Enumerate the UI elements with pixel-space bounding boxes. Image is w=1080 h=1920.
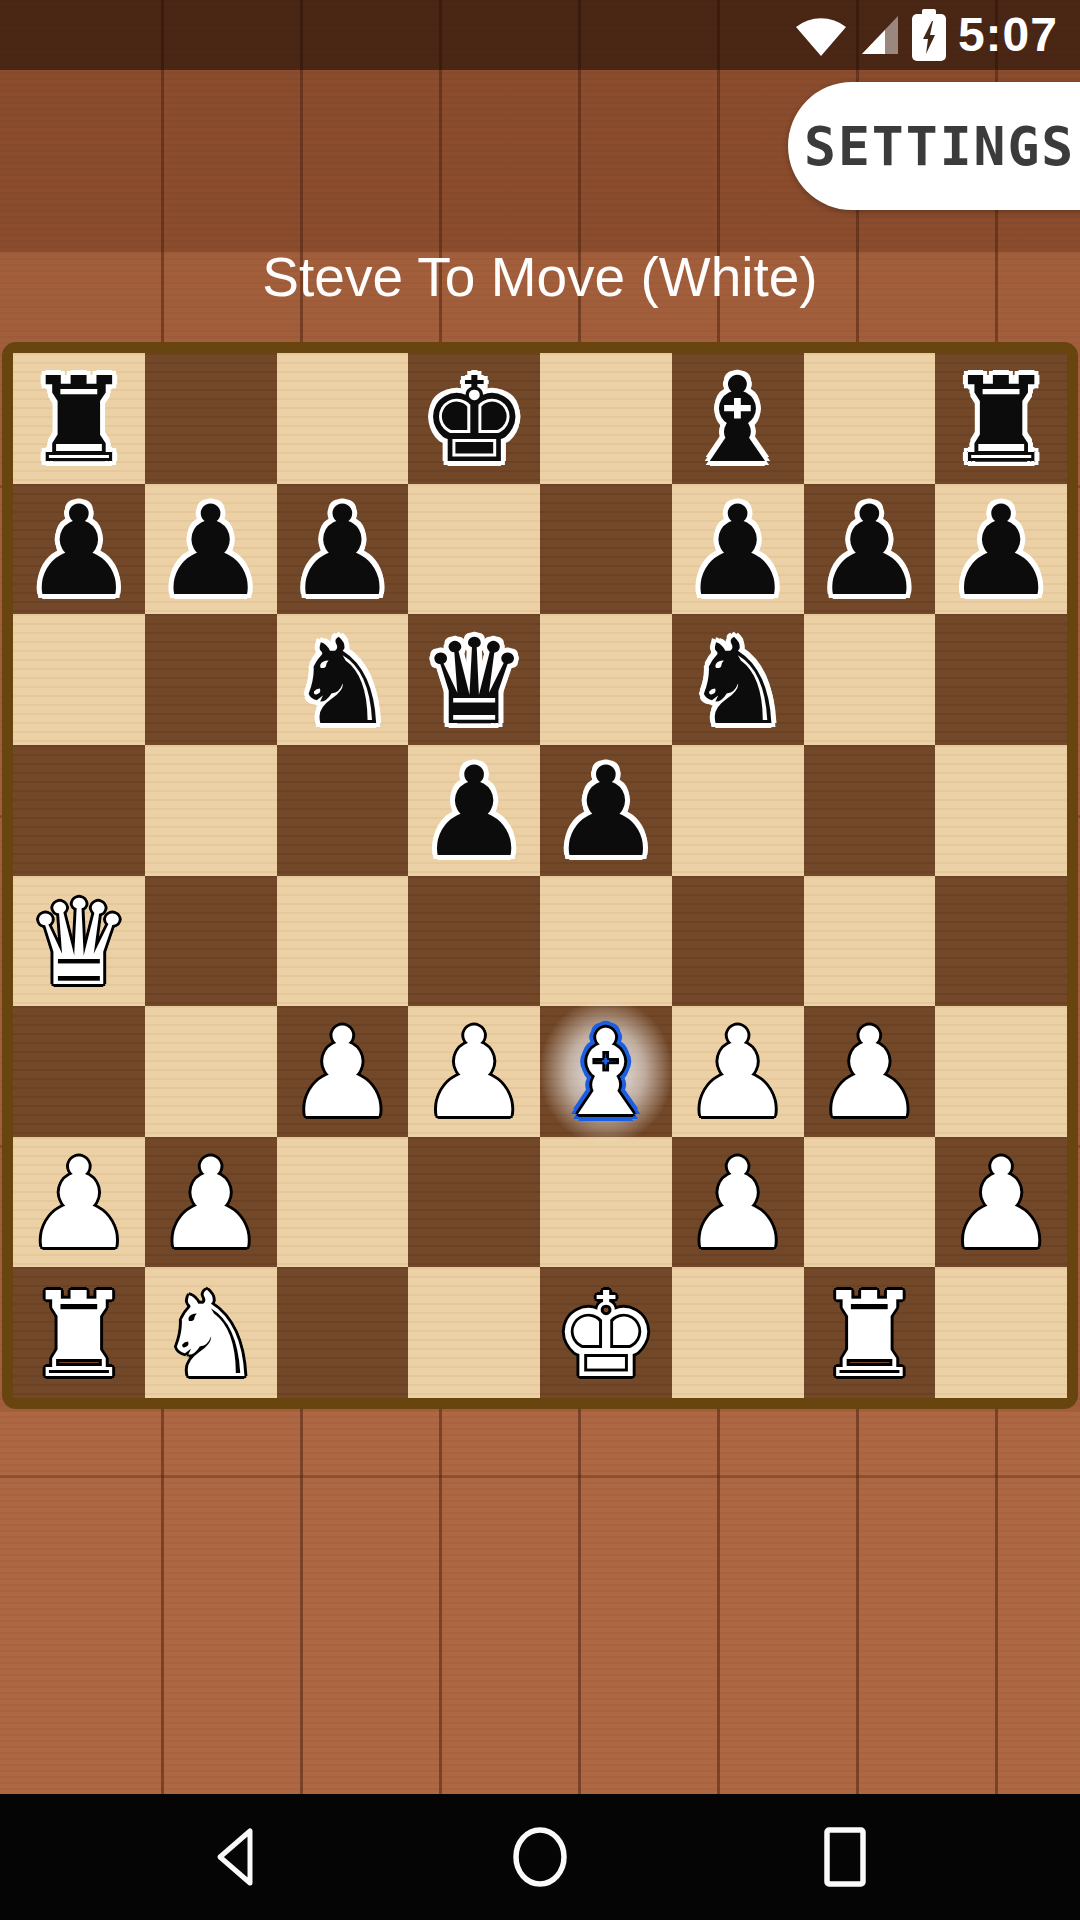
piece-white-pawn-a2[interactable]: ♟ <box>23 1142 134 1266</box>
square-b6[interactable] <box>145 614 277 745</box>
turn-indicator: Steve To Move (White) <box>0 246 1080 309</box>
square-a5[interactable] <box>13 745 145 876</box>
square-h3[interactable] <box>935 1006 1067 1137</box>
piece-white-queen-a4[interactable]: ♛ <box>26 884 132 1002</box>
battery-charging-icon <box>912 9 946 61</box>
square-b8[interactable] <box>145 353 277 484</box>
piece-white-pawn-b2[interactable]: ♟ <box>155 1142 266 1266</box>
piece-white-pawn-g3[interactable]: ♟ <box>814 1011 925 1135</box>
square-e1[interactable]: ♚ <box>540 1267 672 1398</box>
square-h7[interactable]: ♟ <box>935 484 1067 615</box>
square-h6[interactable] <box>935 614 1067 745</box>
piece-white-knight-b1[interactable]: ♞ <box>158 1276 264 1394</box>
square-e3[interactable]: ♝ <box>540 1006 672 1137</box>
square-g3[interactable]: ♟ <box>804 1006 936 1137</box>
status-bar: 5:07 <box>0 0 1080 70</box>
square-c4[interactable] <box>277 876 409 1007</box>
piece-black-bishop-f8[interactable]: ♝ <box>685 361 791 479</box>
piece-black-pawn-c7[interactable]: ♟ <box>287 489 398 613</box>
piece-black-queen-d6[interactable]: ♛ <box>421 623 527 741</box>
piece-white-pawn-f2[interactable]: ♟ <box>682 1142 793 1266</box>
android-nav-bar <box>0 1794 1080 1920</box>
square-g4[interactable] <box>804 876 936 1007</box>
piece-white-bishop-e3[interactable]: ♝ <box>553 1014 659 1132</box>
square-a7[interactable]: ♟ <box>13 484 145 615</box>
square-h2[interactable]: ♟ <box>935 1137 1067 1268</box>
piece-black-pawn-h7[interactable]: ♟ <box>946 489 1057 613</box>
square-f1[interactable] <box>672 1267 804 1398</box>
square-e8[interactable] <box>540 353 672 484</box>
cellular-signal-icon <box>860 14 900 56</box>
piece-black-rook-h8[interactable]: ♜ <box>948 361 1054 479</box>
square-a6[interactable] <box>13 614 145 745</box>
square-f3[interactable]: ♟ <box>672 1006 804 1137</box>
settings-button-label: SETTINGS <box>804 116 1075 177</box>
recents-icon[interactable] <box>812 1825 876 1889</box>
square-g8[interactable] <box>804 353 936 484</box>
square-e6[interactable] <box>540 614 672 745</box>
piece-white-king-e1[interactable]: ♚ <box>553 1276 659 1394</box>
square-d3[interactable]: ♟ <box>408 1006 540 1137</box>
square-d2[interactable] <box>408 1137 540 1268</box>
chess-board-frame: ♜♚♝♜♟♟♟♟♟♟♞♛♞♟♟♛♟♟♝♟♟♟♟♟♟♜♞♚♜ <box>2 342 1078 1409</box>
square-c5[interactable] <box>277 745 409 876</box>
settings-button[interactable]: SETTINGS <box>788 82 1080 210</box>
square-h5[interactable] <box>935 745 1067 876</box>
piece-black-knight-c6[interactable]: ♞ <box>289 623 395 741</box>
square-a1[interactable]: ♜ <box>13 1267 145 1398</box>
square-b4[interactable] <box>145 876 277 1007</box>
square-g6[interactable] <box>804 614 936 745</box>
square-c8[interactable] <box>277 353 409 484</box>
square-c2[interactable] <box>277 1137 409 1268</box>
back-icon[interactable] <box>209 1825 273 1889</box>
square-d7[interactable] <box>408 484 540 615</box>
square-g5[interactable] <box>804 745 936 876</box>
square-f5[interactable] <box>672 745 804 876</box>
piece-black-pawn-a7[interactable]: ♟ <box>23 489 134 613</box>
square-e2[interactable] <box>540 1137 672 1268</box>
wifi-icon <box>794 13 848 57</box>
square-f2[interactable]: ♟ <box>672 1137 804 1268</box>
piece-black-pawn-d5[interactable]: ♟ <box>419 750 530 874</box>
square-b5[interactable] <box>145 745 277 876</box>
piece-white-rook-a1[interactable]: ♜ <box>26 1276 132 1394</box>
piece-black-pawn-f7[interactable]: ♟ <box>682 489 793 613</box>
piece-black-rook-a8[interactable]: ♜ <box>26 361 132 479</box>
square-c1[interactable] <box>277 1267 409 1398</box>
square-d4[interactable] <box>408 876 540 1007</box>
piece-black-king-d8[interactable]: ♚ <box>421 361 527 479</box>
square-b1[interactable]: ♞ <box>145 1267 277 1398</box>
square-b7[interactable]: ♟ <box>145 484 277 615</box>
chess-board[interactable]: ♜♚♝♜♟♟♟♟♟♟♞♛♞♟♟♛♟♟♝♟♟♟♟♟♟♜♞♚♜ <box>13 353 1067 1398</box>
piece-black-pawn-g7[interactable]: ♟ <box>814 489 925 613</box>
piece-black-knight-f6[interactable]: ♞ <box>685 623 791 741</box>
square-g1[interactable]: ♜ <box>804 1267 936 1398</box>
square-c7[interactable]: ♟ <box>277 484 409 615</box>
square-f6[interactable]: ♞ <box>672 614 804 745</box>
square-b2[interactable]: ♟ <box>145 1137 277 1268</box>
square-a8[interactable]: ♜ <box>13 353 145 484</box>
piece-black-pawn-e5[interactable]: ♟ <box>550 750 661 874</box>
square-d5[interactable]: ♟ <box>408 745 540 876</box>
square-e4[interactable] <box>540 876 672 1007</box>
square-a3[interactable] <box>13 1006 145 1137</box>
square-d6[interactable]: ♛ <box>408 614 540 745</box>
square-a4[interactable]: ♛ <box>13 876 145 1007</box>
status-time: 5:07 <box>958 11 1058 59</box>
square-a2[interactable]: ♟ <box>13 1137 145 1268</box>
square-e5[interactable]: ♟ <box>540 745 672 876</box>
square-d8[interactable]: ♚ <box>408 353 540 484</box>
piece-white-rook-g1[interactable]: ♜ <box>816 1276 922 1394</box>
square-h4[interactable] <box>935 876 1067 1007</box>
square-e7[interactable] <box>540 484 672 615</box>
app-screen: 5:07 SETTINGS Steve To Move (White) ♜♚♝♜… <box>0 0 1080 1920</box>
square-f7[interactable]: ♟ <box>672 484 804 615</box>
square-f4[interactable] <box>672 876 804 1007</box>
square-h1[interactable] <box>935 1267 1067 1398</box>
square-f8[interactable]: ♝ <box>672 353 804 484</box>
square-h8[interactable]: ♜ <box>935 353 1067 484</box>
square-c3[interactable]: ♟ <box>277 1006 409 1137</box>
piece-white-pawn-h2[interactable]: ♟ <box>946 1142 1057 1266</box>
piece-black-pawn-b7[interactable]: ♟ <box>155 489 266 613</box>
square-c6[interactable]: ♞ <box>277 614 409 745</box>
square-b3[interactable] <box>145 1006 277 1137</box>
piece-white-pawn-c3[interactable]: ♟ <box>287 1011 398 1135</box>
piece-white-pawn-d3[interactable]: ♟ <box>419 1011 530 1135</box>
square-d1[interactable] <box>408 1267 540 1398</box>
square-g7[interactable]: ♟ <box>804 484 936 615</box>
home-icon[interactable] <box>508 1825 572 1889</box>
piece-white-pawn-f3[interactable]: ♟ <box>682 1011 793 1135</box>
square-g2[interactable] <box>804 1137 936 1268</box>
